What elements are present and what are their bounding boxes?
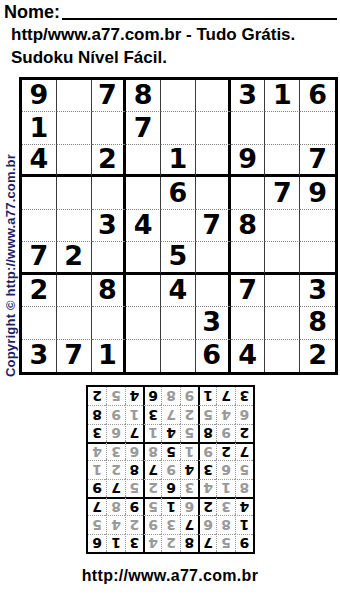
solution-cell-r3c1: 4	[235, 497, 253, 515]
sudoku-cell-r6c7	[231, 242, 266, 274]
sudoku-cell-r5c7: 8	[231, 210, 266, 242]
name-fill-line	[62, 2, 337, 20]
solution-cell-r1c9: 6	[88, 534, 106, 552]
solution-cell-r7c1: 2	[235, 424, 253, 442]
sudoku-cell-r1c5	[161, 80, 196, 112]
solution-cell-r2c8: 4	[106, 515, 124, 533]
puzzle-level-title: Sudoku Nível Fácil.	[11, 48, 167, 68]
solution-cell-r4c1: 8	[235, 479, 253, 497]
sudoku-cell-r7c2	[57, 275, 92, 307]
solution-grid-rotated: 9578243161867392454326159878143625795634…	[86, 385, 255, 554]
solution-cell-r3c3: 2	[198, 497, 216, 515]
solution-cell-r6c9: 4	[88, 442, 106, 460]
sudoku-cell-r4c7	[231, 177, 266, 209]
solution-cell-r8c9: 8	[88, 405, 106, 423]
solution-cell-r1c6: 4	[143, 534, 161, 552]
sudoku-cell-r7c6	[196, 275, 231, 307]
solution-cell-r9c1: 3	[235, 387, 253, 405]
sudoku-cell-r6c9	[300, 242, 335, 274]
sudoku-cell-r6c3	[92, 242, 127, 274]
solution-cell-r2c9: 5	[88, 515, 106, 533]
sudoku-cell-r2c1: 1	[22, 112, 57, 144]
solution-cell-r5c2: 6	[216, 460, 234, 478]
name-row: Nome:	[4, 2, 337, 22]
solution-cell-r2c1: 1	[235, 515, 253, 533]
sudoku-cell-r8c9: 8	[300, 307, 335, 339]
sudoku-cell-r3c8	[265, 145, 300, 177]
sudoku-cell-r3c5: 1	[161, 145, 196, 177]
sudoku-cell-r9c8	[265, 340, 300, 372]
solution-cell-r6c4: 1	[180, 442, 198, 460]
solution-cell-r3c9: 7	[88, 497, 106, 515]
solution-cell-r7c5: 4	[161, 424, 179, 442]
sudoku-cell-r6c2: 2	[57, 242, 92, 274]
sudoku-cell-r5c5	[161, 210, 196, 242]
solution-cell-r3c2: 3	[216, 497, 234, 515]
sudoku-cell-r9c3: 1	[92, 340, 127, 372]
sudoku-cell-r8c7	[231, 307, 266, 339]
sudoku-cell-r7c7: 7	[231, 275, 266, 307]
solution-cell-r6c6: 8	[143, 442, 161, 460]
solution-cell-r8c7: 1	[125, 405, 143, 423]
sudoku-cell-r9c6: 6	[196, 340, 231, 372]
sudoku-cell-r6c8	[265, 242, 300, 274]
sudoku-cell-r8c8	[265, 307, 300, 339]
solution-cell-r1c2: 5	[216, 534, 234, 552]
solution-cell-r6c1: 7	[235, 442, 253, 460]
solution-cell-r7c3: 8	[198, 424, 216, 442]
solution-cell-r7c7: 7	[125, 424, 143, 442]
solution-cell-r6c3: 9	[198, 442, 216, 460]
sudoku-cell-r1c2	[57, 80, 92, 112]
sudoku-cell-r9c2: 7	[57, 340, 92, 372]
sudoku-cell-r5c8	[265, 210, 300, 242]
sudoku-cell-r5c3: 3	[92, 210, 127, 242]
solution-cell-r9c7: 4	[125, 387, 143, 405]
sudoku-cell-r4c2	[57, 177, 92, 209]
sudoku-cell-r4c5: 6	[161, 177, 196, 209]
footer-url: http://www.a77.com.br	[0, 567, 340, 585]
sudoku-grid: 978316174219767934787252847338371642	[19, 77, 338, 375]
solution-cell-r5c1: 5	[235, 460, 253, 478]
sudoku-cell-r1c7: 3	[231, 80, 266, 112]
solution-cell-r9c2: 7	[216, 387, 234, 405]
sudoku-cell-r3c6	[196, 145, 231, 177]
solution-cell-r6c2: 2	[216, 442, 234, 460]
sudoku-cell-r2c9	[300, 112, 335, 144]
solution-cell-r7c6: 1	[143, 424, 161, 442]
sudoku-cell-r2c5	[161, 112, 196, 144]
solution-cell-r3c4: 6	[180, 497, 198, 515]
sudoku-cell-r1c3: 7	[92, 80, 127, 112]
solution-cell-r3c7: 9	[125, 497, 143, 515]
sudoku-cell-r4c8: 7	[265, 177, 300, 209]
solution-cell-r1c5: 2	[161, 534, 179, 552]
solution-cell-r9c3: 1	[198, 387, 216, 405]
solution-cell-r1c8: 1	[106, 534, 124, 552]
sudoku-cell-r9c7: 4	[231, 340, 266, 372]
solution-cell-r9c5: 8	[161, 387, 179, 405]
sudoku-cell-r2c3	[92, 112, 127, 144]
sudoku-cell-r2c4: 7	[126, 112, 161, 144]
solution-cell-r2c7: 2	[125, 515, 143, 533]
solution-cell-r3c5: 1	[161, 497, 179, 515]
solution-cell-r8c3: 5	[198, 405, 216, 423]
copyright-vertical-text: Copyright © http://www.a77.com.br	[3, 77, 18, 377]
sudoku-cell-r3c7: 9	[231, 145, 266, 177]
solution-cell-r4c8: 7	[106, 479, 124, 497]
solution-cell-r4c7: 5	[125, 479, 143, 497]
solution-cell-r2c2: 8	[216, 515, 234, 533]
sudoku-cell-r7c4	[126, 275, 161, 307]
solution-cell-r5c4: 4	[180, 460, 198, 478]
solution-cell-r9c9: 2	[88, 387, 106, 405]
sudoku-cell-r8c2	[57, 307, 92, 339]
sudoku-cell-r5c6: 7	[196, 210, 231, 242]
sudoku-cell-r8c1	[22, 307, 57, 339]
solution-cell-r4c2: 1	[216, 479, 234, 497]
solution-cell-r6c5: 5	[161, 442, 179, 460]
solution-cell-r6c8: 3	[106, 442, 124, 460]
sudoku-cell-r9c4	[126, 340, 161, 372]
sudoku-cell-r5c9	[300, 210, 335, 242]
sudoku-cell-r9c5	[161, 340, 196, 372]
solution-cell-r1c4: 8	[180, 534, 198, 552]
sudoku-cell-r7c9: 3	[300, 275, 335, 307]
solution-cell-r1c1: 9	[235, 534, 253, 552]
sudoku-cell-r4c6	[196, 177, 231, 209]
sudoku-cell-r8c4	[126, 307, 161, 339]
sudoku-cell-r3c9: 7	[300, 145, 335, 177]
solution-cell-r8c5: 7	[161, 405, 179, 423]
sudoku-cell-r6c1: 7	[22, 242, 57, 274]
solution-cell-r5c6: 7	[143, 460, 161, 478]
solution-cell-r8c2: 4	[216, 405, 234, 423]
sudoku-cell-r2c2	[57, 112, 92, 144]
name-label: Nome:	[4, 2, 60, 22]
solution-cell-r8c1: 6	[235, 405, 253, 423]
solution-cell-r2c4: 7	[180, 515, 198, 533]
sudoku-cell-r4c9: 9	[300, 177, 335, 209]
site-title: http/www.a77.com.br - Tudo Grátis.	[11, 25, 295, 45]
solution-cell-r9c4: 9	[180, 387, 198, 405]
sudoku-cell-r1c6	[196, 80, 231, 112]
solution-cell-r5c5: 9	[161, 460, 179, 478]
sudoku-cell-r7c8	[265, 275, 300, 307]
solution-cell-r7c8: 6	[106, 424, 124, 442]
sudoku-cell-r1c8: 1	[265, 80, 300, 112]
sudoku-cell-r3c1: 4	[22, 145, 57, 177]
solution-cell-r4c4: 3	[180, 479, 198, 497]
sudoku-cell-r2c7	[231, 112, 266, 144]
sudoku-cell-r3c3: 2	[92, 145, 127, 177]
sudoku-worksheet-page: Nome: http/www.a77.com.br - Tudo Grátis.…	[0, 0, 340, 596]
solution-cell-r8c4: 2	[180, 405, 198, 423]
sudoku-cell-r4c4	[126, 177, 161, 209]
solution-cell-r5c3: 3	[198, 460, 216, 478]
sudoku-cell-r8c3	[92, 307, 127, 339]
sudoku-cell-r2c8	[265, 112, 300, 144]
sudoku-cell-r9c9: 2	[300, 340, 335, 372]
sudoku-cell-r2c6	[196, 112, 231, 144]
solution-cell-r5c7: 8	[125, 460, 143, 478]
sudoku-cell-r9c1: 3	[22, 340, 57, 372]
solution-cell-r2c6: 9	[143, 515, 161, 533]
solution-cell-r5c8: 2	[106, 460, 124, 478]
solution-cell-r1c7: 3	[125, 534, 143, 552]
sudoku-cell-r3c4	[126, 145, 161, 177]
solution-cell-r4c6: 2	[143, 479, 161, 497]
solution-cell-r2c3: 6	[198, 515, 216, 533]
solution-cell-r4c5: 6	[161, 479, 179, 497]
solution-cell-r7c4: 5	[180, 424, 198, 442]
solution-cell-r2c5: 3	[161, 515, 179, 533]
solution-cell-r8c6: 3	[143, 405, 161, 423]
solution-cell-r7c9: 3	[88, 424, 106, 442]
sudoku-cell-r4c3	[92, 177, 127, 209]
solution-cell-r6c7: 6	[125, 442, 143, 460]
solution-cell-r7c2: 9	[216, 424, 234, 442]
solution-cell-r3c8: 8	[106, 497, 124, 515]
sudoku-cell-r3c2	[57, 145, 92, 177]
sudoku-cell-r8c5	[161, 307, 196, 339]
sudoku-cell-r6c4	[126, 242, 161, 274]
sudoku-cell-r7c5: 4	[161, 275, 196, 307]
solution-cell-r5c9: 1	[88, 460, 106, 478]
sudoku-cell-r1c1: 9	[22, 80, 57, 112]
solution-cell-r9c6: 6	[143, 387, 161, 405]
sudoku-cell-r6c6	[196, 242, 231, 274]
sudoku-cell-r1c4: 8	[126, 80, 161, 112]
solution-cell-r4c3: 4	[198, 479, 216, 497]
sudoku-cell-r5c1	[22, 210, 57, 242]
solution-cell-r1c3: 7	[198, 534, 216, 552]
solution-cell-r9c8: 5	[106, 387, 124, 405]
sudoku-cell-r5c4: 4	[126, 210, 161, 242]
sudoku-cell-r7c1: 2	[22, 275, 57, 307]
sudoku-cell-r6c5: 5	[161, 242, 196, 274]
sudoku-cell-r1c9: 6	[300, 80, 335, 112]
sudoku-cell-r8c6: 3	[196, 307, 231, 339]
sudoku-cell-r5c2	[57, 210, 92, 242]
solution-cell-r8c8: 9	[106, 405, 124, 423]
solution-cell-r4c9: 9	[88, 479, 106, 497]
sudoku-cell-r7c3: 8	[92, 275, 127, 307]
solution-cell-r3c6: 5	[143, 497, 161, 515]
sudoku-cell-r4c1	[22, 177, 57, 209]
